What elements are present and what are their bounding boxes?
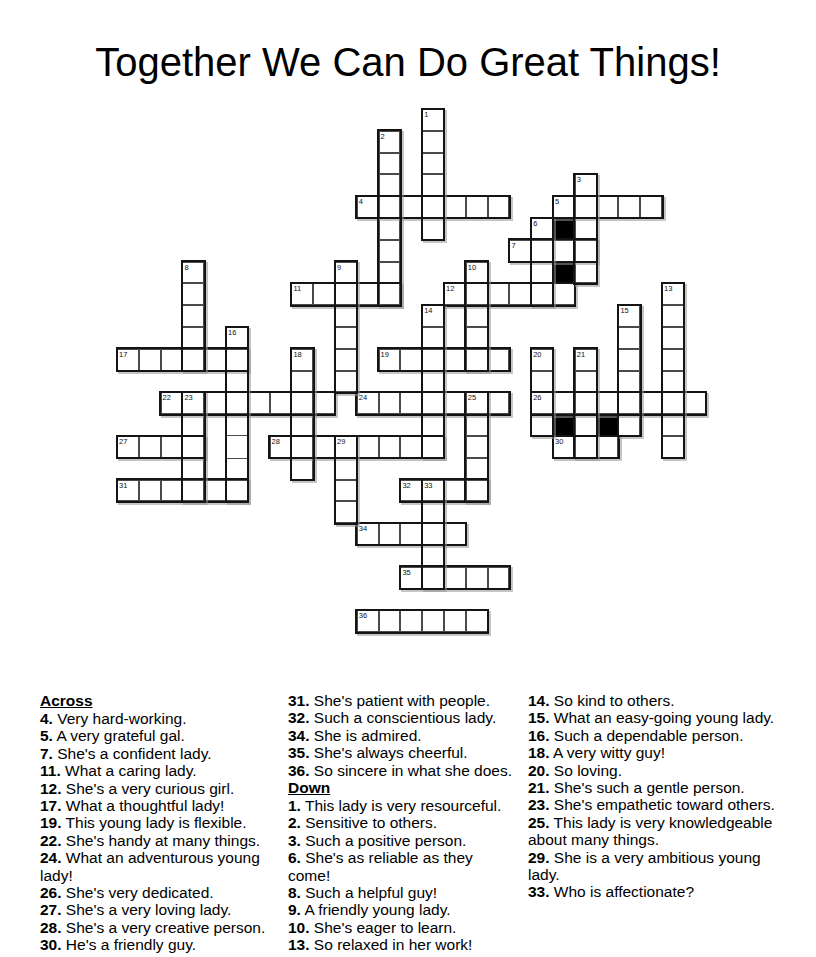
grid-cell[interactable] (444, 480, 466, 502)
grid-cell[interactable] (335, 480, 357, 502)
grid-cell[interactable]: 20 (531, 349, 553, 371)
grid-cell[interactable] (444, 349, 466, 371)
grid-cell[interactable] (488, 392, 510, 414)
grid-cell[interactable] (422, 545, 444, 567)
grid-cell[interactable] (291, 458, 313, 480)
grid-cell[interactable] (597, 196, 619, 218)
grid-cell[interactable] (182, 458, 204, 480)
grid-cell[interactable]: 16 (226, 327, 248, 349)
grid-cell[interactable]: 21 (575, 349, 597, 371)
down-header: Down (288, 779, 516, 797)
grid-cell[interactable] (662, 414, 684, 436)
grid-cell[interactable]: 10 (466, 262, 488, 284)
grid-cell[interactable]: 32 (400, 480, 422, 502)
grid-cell[interactable] (422, 327, 444, 349)
grid-cell[interactable] (139, 436, 161, 458)
grid-cell[interactable] (662, 371, 684, 393)
grid-cell[interactable] (444, 523, 466, 545)
clue-30: 30. He's a friendly guy. (40, 936, 276, 953)
grid-cell[interactable] (422, 414, 444, 436)
clue-number: 13 (664, 284, 672, 293)
grid-cell[interactable] (488, 196, 510, 218)
clue-number: 17 (119, 350, 127, 359)
grid-cell[interactable]: 22 (161, 392, 183, 414)
grid-cell[interactable] (379, 218, 401, 240)
grid-cell[interactable]: 36 (357, 610, 379, 632)
clue-34: 34. She is admired. (288, 727, 516, 744)
grid-cell[interactable] (291, 371, 313, 393)
clue-16: 16. Such a dependable person. (528, 727, 780, 744)
clue-7: 7. She's a confident lady. (40, 745, 276, 762)
grid-cell[interactable] (575, 196, 597, 218)
grid-cell[interactable] (466, 610, 488, 632)
grid-cell[interactable] (204, 349, 226, 371)
grid-cell[interactable] (400, 349, 422, 371)
grid-cell[interactable] (575, 371, 597, 393)
grid-cell[interactable] (182, 327, 204, 349)
grid-cell[interactable] (466, 349, 488, 371)
grid-cell[interactable] (640, 392, 662, 414)
grid-cell[interactable] (182, 349, 204, 371)
blocked-cell (597, 414, 619, 436)
grid-cell[interactable] (618, 371, 640, 393)
grid-cell[interactable] (618, 196, 640, 218)
clue-number: 14 (424, 306, 432, 315)
grid-cell[interactable]: 4 (357, 196, 379, 218)
clue-number: 30 (555, 437, 563, 446)
clue-number: 32 (402, 481, 410, 490)
grid-cell[interactable] (400, 436, 422, 458)
grid-cell[interactable] (531, 283, 553, 305)
clue-number: 5 (555, 197, 559, 206)
grid-cell[interactable] (291, 414, 313, 436)
grid-cell[interactable] (531, 371, 553, 393)
grid-cell[interactable] (182, 305, 204, 327)
clue-number: 31 (119, 481, 127, 490)
clue-number: 27 (119, 437, 127, 446)
grid-cell[interactable] (684, 392, 706, 414)
grid-cell[interactable] (575, 436, 597, 458)
grid-cell[interactable] (335, 283, 357, 305)
grid-cell[interactable] (640, 196, 662, 218)
grid-cell[interactable] (618, 392, 640, 414)
crossword-grid: 1234567891011121314151617181920212223242… (117, 109, 706, 632)
clue-number: 28 (272, 437, 280, 446)
grid-cell[interactable]: 5 (553, 196, 575, 218)
clue-26: 26. She's very dedicated. (40, 884, 276, 901)
clue-number: 12 (446, 284, 454, 293)
grid-cell[interactable]: 1 (422, 109, 444, 131)
grid-cell[interactable] (291, 436, 313, 458)
clue-number: 36 (359, 611, 367, 620)
grid-cell[interactable] (531, 240, 553, 262)
clue-11: 11. What a caring lady. (40, 762, 276, 779)
grid-cell[interactable] (422, 131, 444, 153)
grid-cell[interactable] (400, 610, 422, 632)
clue-number: 34 (359, 524, 367, 533)
clue-number: 7 (511, 241, 515, 250)
grid-cell[interactable] (357, 436, 379, 458)
clue-19: 19. This young lady is flexible. (40, 814, 276, 831)
grid-cell[interactable] (422, 218, 444, 240)
grid-cell[interactable] (226, 349, 248, 371)
grid-cell[interactable] (204, 392, 226, 414)
grid-cell[interactable] (553, 283, 575, 305)
clue-24: 24. What an adventurous young lady! (40, 849, 276, 884)
clue-5: 5. A very grateful gal. (40, 727, 276, 744)
grid-cell[interactable] (400, 523, 422, 545)
grid-cell[interactable] (531, 414, 553, 436)
clue-number: 10 (468, 263, 476, 272)
grid-cell[interactable] (618, 414, 640, 436)
grid-cell[interactable]: 28 (270, 436, 292, 458)
grid-cell[interactable] (575, 240, 597, 262)
grid-cell[interactable]: 2 (379, 131, 401, 153)
clue-number: 1 (424, 110, 428, 119)
grid-cell[interactable] (466, 458, 488, 480)
grid-cell[interactable] (379, 240, 401, 262)
grid-cell[interactable]: 19 (379, 349, 401, 371)
clue-15: 15. What an easy-going young lady. (528, 709, 780, 726)
clue-29: 29. She is a very ambitious young lady. (528, 849, 780, 884)
grid-cell[interactable] (379, 610, 401, 632)
grid-cell[interactable] (357, 283, 379, 305)
grid-cell[interactable]: 31 (117, 480, 139, 502)
grid-cell[interactable]: 14 (422, 305, 444, 327)
grid-cell[interactable] (422, 371, 444, 393)
grid-cell[interactable] (597, 436, 619, 458)
grid-cell[interactable]: 24 (357, 392, 379, 414)
clue-number: 2 (381, 132, 385, 141)
clue-1: 1. This lady is very resourceful. (288, 797, 516, 814)
clue-number: 21 (577, 350, 585, 359)
clue-number: 11 (293, 284, 301, 293)
clue-28: 28. She's a very creative person. (40, 919, 276, 936)
grid-cell[interactable]: 8 (182, 262, 204, 284)
grid-cell[interactable] (422, 349, 444, 371)
grid-cell[interactable] (488, 349, 510, 371)
grid-cell[interactable] (575, 262, 597, 284)
grid-cell[interactable] (400, 196, 422, 218)
grid-cell[interactable] (226, 414, 248, 436)
grid-cell[interactable] (422, 610, 444, 632)
grid-cell[interactable] (618, 349, 640, 371)
grid-cell[interactable] (597, 392, 619, 414)
grid-cell[interactable] (444, 610, 466, 632)
grid-cell[interactable] (466, 480, 488, 502)
clue-36: 36. So sincere in what she does. (288, 762, 516, 779)
clue-number: 16 (228, 328, 236, 337)
grid-cell[interactable] (422, 436, 444, 458)
puzzle-title: Together We Can Do Great Things! (0, 40, 816, 85)
clue-31: 31. She's patient with people. (288, 692, 516, 709)
grid-cell[interactable] (379, 196, 401, 218)
grid-cell[interactable] (575, 392, 597, 414)
clue-number: 26 (533, 393, 541, 402)
grid-cell[interactable] (204, 480, 226, 502)
grid-cell[interactable]: 3 (575, 174, 597, 196)
grid-cell[interactable] (662, 436, 684, 458)
grid-cell[interactable] (662, 392, 684, 414)
clue-3: 3. Such a positive person. (288, 832, 516, 849)
grid-cell[interactable] (422, 153, 444, 175)
grid-cell[interactable] (466, 327, 488, 349)
clue-20: 20. So loving. (528, 762, 780, 779)
clue-13: 13. So relaxed in her work! (288, 936, 516, 953)
grid-cell[interactable]: 34 (357, 523, 379, 545)
clue-22: 22. She's handy at many things. (40, 832, 276, 849)
blocked-cell (553, 218, 575, 240)
clues: Across4. Very hard-working.5. A very gra… (40, 692, 780, 954)
grid-cell[interactable] (444, 567, 466, 589)
grid-cell[interactable] (488, 283, 510, 305)
grid-cell[interactable] (422, 523, 444, 545)
clue-35: 35. She's always cheerful. (288, 744, 516, 761)
clue-number: 18 (293, 350, 301, 359)
blocked-cell (553, 414, 575, 436)
clue-number: 4 (359, 197, 363, 206)
grid-cell[interactable]: 12 (444, 283, 466, 305)
clue-4: 4. Very hard-working. (40, 710, 276, 727)
grid-cell[interactable] (335, 305, 357, 327)
grid-cell[interactable] (313, 436, 335, 458)
grid-cell[interactable] (379, 262, 401, 284)
grid-cell[interactable] (662, 305, 684, 327)
clue-33: 33. Who is affectionate? (528, 883, 780, 900)
grid-cell[interactable]: 33 (422, 480, 444, 502)
clue-32: 32. Such a conscientious lady. (288, 709, 516, 726)
grid-cell[interactable] (444, 196, 466, 218)
clue-10: 10. She's eager to learn. (288, 919, 516, 936)
grid-cell[interactable] (313, 392, 335, 414)
clue-21: 21. She's such a gentle person. (528, 779, 780, 796)
clue-6: 6. She's as reliable as they come! (288, 849, 516, 884)
clue-number: 3 (577, 175, 581, 184)
grid-cell[interactable] (139, 480, 161, 502)
clue-number: 33 (424, 481, 432, 490)
grid-cell[interactable] (161, 436, 183, 458)
grid-cell[interactable] (335, 371, 357, 393)
grid-cell[interactable] (161, 480, 183, 502)
grid-cell[interactable] (466, 305, 488, 327)
clue-number: 20 (533, 350, 541, 359)
grid-cell[interactable]: 18 (291, 349, 313, 371)
grid-cell[interactable] (422, 501, 444, 523)
grid-cell[interactable] (509, 283, 531, 305)
grid-cell[interactable]: 13 (662, 283, 684, 305)
clues-column-3: 14. So kind to others.15. What an easy-g… (528, 692, 780, 954)
clue-number: 22 (163, 393, 171, 402)
grid-cell[interactable] (226, 458, 248, 480)
grid-cell[interactable] (139, 349, 161, 371)
clue-number: 24 (359, 393, 367, 402)
grid-cell[interactable] (400, 392, 422, 414)
grid-cell[interactable] (422, 174, 444, 196)
clue-number: 8 (184, 263, 188, 272)
grid-cell[interactable] (466, 283, 488, 305)
grid-cell[interactable] (335, 349, 357, 371)
clue-9: 9. A friendly young lady. (288, 901, 516, 918)
clues-column-1: Across4. Very hard-working.5. A very gra… (40, 692, 288, 954)
grid-cell[interactable] (422, 196, 444, 218)
clue-27: 27. She's a very loving lady. (40, 901, 276, 918)
grid-cell[interactable] (335, 501, 357, 523)
blocked-cell (553, 262, 575, 284)
grid-cell[interactable]: 26 (531, 392, 553, 414)
grid-cell[interactable] (379, 283, 401, 305)
grid-cell[interactable] (182, 414, 204, 436)
grid-cell[interactable] (291, 392, 313, 414)
clue-number: 9 (337, 263, 341, 272)
grid-cell[interactable]: 27 (117, 436, 139, 458)
grid-cell[interactable] (488, 567, 510, 589)
clue-8: 8. Such a helpful guy! (288, 884, 516, 901)
grid-cell[interactable] (379, 153, 401, 175)
grid-cell[interactable] (335, 458, 357, 480)
grid-cell[interactable]: 25 (466, 392, 488, 414)
clue-number: 35 (402, 568, 410, 577)
grid-cell[interactable]: 15 (618, 305, 640, 327)
grid-cell[interactable]: 23 (182, 392, 204, 414)
grid-cell[interactable] (379, 436, 401, 458)
grid-cell[interactable]: 7 (509, 240, 531, 262)
grid-cell[interactable]: 17 (117, 349, 139, 371)
clue-23: 23. She's empathetic toward others. (528, 796, 780, 813)
grid-cell[interactable] (422, 392, 444, 414)
grid-cell[interactable]: 11 (291, 283, 313, 305)
grid-cell[interactable] (444, 392, 466, 414)
grid-cell[interactable] (182, 480, 204, 502)
clues-column-2: 31. She's patient with people.32. Such a… (288, 692, 528, 954)
grid-cell[interactable] (553, 240, 575, 262)
grid-cell[interactable] (379, 523, 401, 545)
grid-cell[interactable] (466, 196, 488, 218)
grid-cell[interactable] (226, 480, 248, 502)
clue-number: 23 (184, 393, 192, 402)
grid-cell[interactable] (662, 349, 684, 371)
grid-cell[interactable] (335, 327, 357, 349)
grid-cell[interactable] (313, 283, 335, 305)
clue-25: 25. This lady is very knowledgeable abou… (528, 814, 780, 849)
grid-cell[interactable] (575, 218, 597, 240)
grid-cell[interactable] (575, 414, 597, 436)
grid-cell[interactable] (466, 567, 488, 589)
grid-cell[interactable] (466, 414, 488, 436)
clue-2: 2. Sensitive to others. (288, 814, 516, 831)
clue-12: 12. She's a very curious girl. (40, 780, 276, 797)
clue-14: 14. So kind to others. (528, 692, 780, 709)
clue-17: 17. What a thoughtful lady! (40, 797, 276, 814)
grid-cell[interactable]: 35 (400, 567, 422, 589)
clue-number: 25 (468, 393, 476, 402)
clue-number: 29 (337, 437, 345, 446)
grid-cell[interactable] (161, 349, 183, 371)
clue-18: 18. A very witty guy! (528, 744, 780, 761)
grid-cell[interactable] (422, 567, 444, 589)
grid-cell[interactable] (531, 262, 553, 284)
grid-cell[interactable] (466, 436, 488, 458)
grid-cell[interactable] (182, 436, 204, 458)
clue-number: 6 (533, 219, 537, 228)
grid-cell[interactable] (618, 327, 640, 349)
grid-cell[interactable]: 9 (335, 262, 357, 284)
grid-cell[interactable] (379, 174, 401, 196)
grid-cell[interactable]: 6 (531, 218, 553, 240)
grid-cell[interactable] (226, 371, 248, 393)
across-header: Across (40, 692, 276, 710)
grid-cell[interactable] (379, 392, 401, 414)
grid-cell[interactable] (553, 392, 575, 414)
grid-cell[interactable]: 29 (335, 436, 357, 458)
clue-number: 15 (620, 306, 628, 315)
grid-cell[interactable] (182, 283, 204, 305)
grid-cell[interactable] (270, 392, 292, 414)
grid-cell[interactable] (226, 392, 248, 414)
grid-cell[interactable]: 30 (553, 436, 575, 458)
clue-number: 19 (381, 350, 389, 359)
grid-cell[interactable] (662, 327, 684, 349)
grid-cell[interactable] (248, 392, 270, 414)
